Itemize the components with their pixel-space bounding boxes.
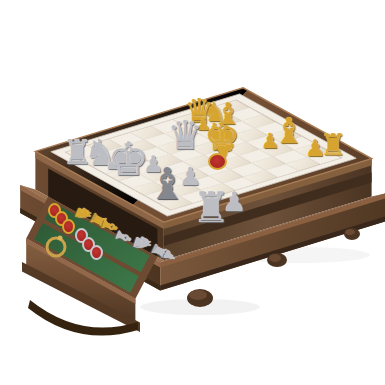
chess-set-product-photo: ): [0, 0, 385, 385]
bun-foot-highlight: [345, 229, 355, 235]
bun-foot-highlight: [189, 290, 207, 300]
drawer-pull-mount: [58, 236, 63, 241]
bun-foot-highlight: [269, 254, 281, 262]
